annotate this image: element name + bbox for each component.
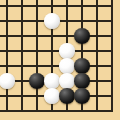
black-stone[interactable] [74, 28, 90, 44]
grid-line-horizontal [0, 65, 113, 67]
grid-line-horizontal [0, 35, 113, 37]
white-stone[interactable] [59, 58, 75, 74]
grid-line-horizontal [0, 5, 113, 7]
go-board[interactable] [0, 0, 120, 120]
white-stone[interactable] [59, 73, 75, 89]
grid-line-horizontal [0, 110, 113, 112]
grid-line-horizontal [0, 50, 113, 52]
black-stone[interactable] [74, 73, 90, 89]
white-stone[interactable] [59, 43, 75, 59]
white-stone[interactable] [44, 88, 60, 104]
black-stone[interactable] [74, 58, 90, 74]
white-stone[interactable] [0, 73, 15, 89]
white-stone[interactable] [44, 13, 60, 29]
black-stone[interactable] [74, 88, 90, 104]
black-stone[interactable] [29, 73, 45, 89]
black-stone[interactable] [59, 88, 75, 104]
white-stone[interactable] [44, 73, 60, 89]
